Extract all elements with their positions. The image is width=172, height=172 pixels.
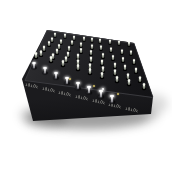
knob-tip-highlight — [33, 62, 36, 64]
trimmer-tip-highlight — [51, 38, 53, 39]
trimmer-tip-highlight — [89, 64, 91, 66]
knob-tip-highlight — [87, 86, 90, 89]
yellow-led — [93, 85, 95, 87]
trimmer-tip-highlight — [58, 44, 60, 45]
trimmer-tip-highlight — [101, 60, 103, 61]
trimmer-tip-highlight — [110, 48, 112, 49]
trimmer-tip-highlight — [139, 77, 141, 79]
trimmer-tip-highlight — [102, 67, 104, 69]
trimmer-tip-highlight — [56, 49, 58, 50]
trimmer-tip-highlight — [112, 55, 114, 56]
trimmer-tip-highlight — [121, 49, 123, 50]
knob-tip-highlight — [54, 72, 57, 74]
trimmer-tip-highlight — [91, 38, 93, 39]
trimmer-stick — [143, 85, 145, 90]
trimmer-tip-highlight — [122, 58, 124, 59]
trimmer-tip-highlight — [99, 39, 101, 40]
yellow-led — [69, 78, 71, 80]
trimmer-tip-highlight — [89, 69, 91, 71]
knob-tip-highlight — [76, 82, 79, 85]
trimmer-tip-highlight — [77, 65, 79, 67]
trimmer-tip-highlight — [83, 37, 85, 38]
trimmer-tip-highlight — [73, 36, 75, 37]
trimmer-tip-highlight — [118, 41, 120, 42]
trimmer-stick — [35, 54, 37, 59]
knob-tip-highlight — [44, 67, 47, 69]
trimmer-tip-highlight — [102, 53, 104, 54]
trimmer-tip-highlight — [50, 57, 52, 59]
trimmer-tip-highlight — [135, 68, 137, 69]
yellow-led — [117, 93, 119, 95]
trimmer-tip-highlight — [80, 49, 82, 50]
trimmer-tip-highlight — [68, 46, 70, 47]
trimmer-tip-highlight — [43, 46, 45, 47]
knob-tip-highlight — [110, 94, 114, 97]
trimmer-tip-highlight — [90, 57, 92, 58]
trimmer-tip-highlight — [62, 61, 64, 63]
trimmer-stick — [118, 42, 119, 46]
trimmer-tip-highlight — [67, 52, 69, 53]
trimmer-tip-highlight — [114, 63, 116, 64]
trimmer-tip-highlight — [52, 54, 54, 56]
product-photo: ıOıOııOıOııOıOııOıOııOıOııOıOııOıOı — [0, 0, 172, 172]
trimmer-tip-highlight — [116, 76, 118, 78]
trimmer-tip-highlight — [40, 50, 42, 52]
